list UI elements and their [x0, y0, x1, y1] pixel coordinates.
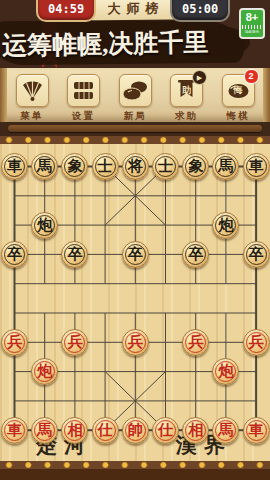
scroll-icon: [68, 75, 99, 106]
slogan-text: 运筹帷幄,决胜千里: [2, 25, 243, 62]
piece-black-卒-r3c4[interactable]: 卒: [122, 241, 149, 268]
piece-red-兵-r6c8[interactable]: 兵: [243, 329, 270, 356]
piece-black-士-r0c3[interactable]: 士: [92, 153, 119, 180]
top-rod-strip: [0, 122, 270, 136]
settings-button[interactable]: 设置: [62, 74, 106, 123]
piece-red-兵-r6c0[interactable]: 兵: [1, 329, 28, 356]
piece-red-兵-r6c6[interactable]: 兵: [182, 329, 209, 356]
piece-black-炮-r2c1[interactable]: 炮: [31, 212, 58, 239]
fan-icon: [17, 75, 48, 106]
piece-black-卒-r3c6[interactable]: 卒: [182, 241, 209, 268]
piece-red-兵-r6c4[interactable]: 兵: [122, 329, 149, 356]
top-bar: 大师榜 运筹帷幄,决胜千里 04:59 05:00 8+ 适龄提示: [0, 0, 270, 68]
piece-black-将-r0c4[interactable]: 将: [122, 153, 149, 180]
stones-icon: [120, 75, 151, 106]
board-grid: [0, 144, 270, 461]
piece-red-帥-r9c4[interactable]: 帥: [122, 417, 149, 444]
piece-red-兵-r6c2[interactable]: 兵: [61, 329, 88, 356]
piece-black-士-r0c5[interactable]: 士: [152, 153, 179, 180]
xiangqi-board[interactable]: 楚河 漢界 車馬象士将士象馬車炮炮卒卒卒卒卒兵兵兵兵兵炮炮車馬相仕帥仕相馬車: [0, 144, 270, 461]
help-button[interactable]: 助 ▶ 求助: [165, 74, 209, 123]
new-game-button-label: 新局: [113, 110, 157, 123]
settings-button-label: 设置: [62, 110, 106, 123]
timer-left: 04:59: [36, 0, 96, 22]
bottom-bar: [0, 469, 270, 480]
piece-red-仕-r9c5[interactable]: 仕: [152, 417, 179, 444]
menu-button[interactable]: 菜单: [10, 74, 54, 123]
piece-red-馬-r9c1[interactable]: 馬: [31, 417, 58, 444]
wooden-rod: [8, 125, 262, 132]
timer-right: 05:00: [170, 0, 230, 22]
piece-red-相-r9c6[interactable]: 相: [182, 417, 209, 444]
age-rating-caption: 适龄提示: [242, 29, 262, 34]
stud-strip-top: [0, 136, 270, 144]
undo-button-label: 悔棋: [216, 110, 260, 123]
age-rating-value: 8+: [241, 10, 263, 24]
video-play-icon: ▶: [192, 70, 207, 85]
piece-black-卒-r3c0[interactable]: 卒: [1, 241, 28, 268]
new-game-button[interactable]: 新局: [113, 74, 157, 123]
piece-black-車-r0c0[interactable]: 車: [1, 153, 28, 180]
undo-button[interactable]: 悔 2 悔棋: [216, 74, 260, 123]
age-rating-badge: 8+ 适龄提示: [239, 8, 265, 39]
menu-button-label: 菜单: [10, 110, 54, 123]
piece-black-象-r0c6[interactable]: 象: [182, 153, 209, 180]
stud-strip-bottom: [0, 461, 270, 469]
toolbar-row: 菜单 设置: [10, 74, 260, 123]
piece-black-卒-r3c8[interactable]: 卒: [243, 241, 270, 268]
piece-red-車-r9c8[interactable]: 車: [243, 417, 270, 444]
piece-red-馬-r9c7[interactable]: 馬: [212, 417, 239, 444]
piece-black-炮-r2c7[interactable]: 炮: [212, 212, 239, 239]
undo-count-badge: 2: [244, 69, 259, 84]
piece-red-仕-r9c3[interactable]: 仕: [92, 417, 119, 444]
piece-black-車-r0c8[interactable]: 車: [243, 153, 270, 180]
xiangqi-app: 大师榜 运筹帷幄,决胜千里 04:59 05:00 8+ 适龄提示: [0, 0, 270, 480]
toolbar: 菜单 设置: [0, 68, 270, 122]
piece-red-車-r9c0[interactable]: 車: [1, 417, 28, 444]
piece-red-相-r9c2[interactable]: 相: [61, 417, 88, 444]
piece-black-馬-r0c1[interactable]: 馬: [31, 153, 58, 180]
